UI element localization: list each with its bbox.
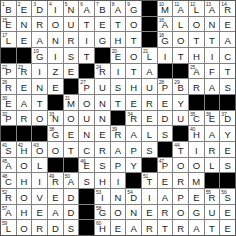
cell-r7c9[interactable]: E xyxy=(126,95,141,110)
cell-r12c13[interactable]: M xyxy=(189,173,204,188)
cell-r13c4[interactable]: E xyxy=(48,189,63,204)
cell-letter: R xyxy=(189,83,204,93)
cell-letter: O xyxy=(17,224,32,234)
cell-letter: R xyxy=(173,177,188,187)
cell-r11c7[interactable]: S xyxy=(95,158,110,173)
cell-letter: S xyxy=(95,161,110,171)
cell-r3c4[interactable]: N xyxy=(48,32,63,47)
cell-r15c8[interactable]: E xyxy=(111,220,126,235)
cell-r1c6[interactable]: 6A xyxy=(79,1,94,16)
cell-r15c11[interactable]: T xyxy=(158,220,173,235)
cell-r12c7[interactable]: H xyxy=(95,173,110,188)
cell-letter: O xyxy=(173,208,188,218)
cell-r13c8[interactable]: N xyxy=(111,189,126,204)
cell-letter: P xyxy=(1,67,16,77)
cell-letter: E xyxy=(64,67,79,77)
cell-letter: S xyxy=(111,83,126,93)
cell-r11c1[interactable]: 45A xyxy=(1,158,16,173)
cell-letter: E xyxy=(220,224,235,234)
cell-r2c12[interactable]: L xyxy=(173,17,188,32)
cell-r9c4[interactable]: 38G xyxy=(48,126,63,141)
cell-r1c12[interactable]: 11A xyxy=(173,1,188,16)
cell-r6c8[interactable]: S xyxy=(111,79,126,94)
cell-letter: R xyxy=(64,36,79,46)
cell-letter: L xyxy=(1,224,16,234)
cell-r6c2[interactable]: E xyxy=(17,79,32,94)
cell-r12c11[interactable]: E xyxy=(158,173,173,188)
cell-r1c4[interactable]: 4I xyxy=(48,1,63,16)
cell-letter: A xyxy=(220,36,235,46)
cell-r14c14[interactable]: U xyxy=(205,205,220,220)
cell-r9c9[interactable]: A xyxy=(126,126,141,141)
cell-letter: P xyxy=(1,114,16,124)
block-r3c10 xyxy=(142,32,157,47)
cell-r12c4[interactable]: 49R xyxy=(48,173,63,188)
cell-r8c15[interactable]: 37D xyxy=(220,111,235,126)
cell-letter: I xyxy=(142,193,157,203)
cell-r13c14[interactable]: 55R xyxy=(205,189,220,204)
cell-r14c4[interactable]: A xyxy=(48,205,63,220)
cell-r1c2[interactable]: 2E xyxy=(17,1,32,16)
cell-r6c13[interactable]: R xyxy=(189,79,204,94)
cell-r3c12[interactable]: O xyxy=(173,32,188,47)
cell-r12c10[interactable]: 51T xyxy=(142,173,157,188)
cell-letter: C xyxy=(220,52,235,62)
cell-letter: P xyxy=(158,83,173,93)
cell-r6c10[interactable]: U xyxy=(142,79,157,94)
cell-letter: H xyxy=(189,52,204,62)
cell-letter: N xyxy=(95,114,110,124)
cell-r7c6[interactable]: O xyxy=(79,95,94,110)
cell-r9c7[interactable]: E xyxy=(95,126,110,141)
cell-letter: R xyxy=(95,67,110,77)
cell-r10c5[interactable]: T xyxy=(64,142,79,157)
cell-r13c15[interactable]: 56S xyxy=(220,189,235,204)
block-r11c10 xyxy=(142,158,157,173)
cell-r5c15[interactable]: T xyxy=(220,64,235,79)
cell-r15c7[interactable]: 60H xyxy=(95,220,110,235)
cell-r13c9[interactable]: 54D xyxy=(126,189,141,204)
cell-r7c11[interactable]: E xyxy=(158,95,173,110)
cell-r11c8[interactable]: P xyxy=(111,158,126,173)
cell-r8c10[interactable]: E xyxy=(142,111,157,126)
cell-r14c7[interactable]: 58G xyxy=(95,205,110,220)
cell-letter: S xyxy=(220,161,235,171)
cell-letter: T xyxy=(111,99,126,109)
cell-letter: C xyxy=(79,146,94,156)
cell-r7c10[interactable]: R xyxy=(142,95,157,110)
cell-r1c9[interactable]: 9G xyxy=(126,1,141,16)
cell-r7c3[interactable]: T xyxy=(32,95,47,110)
block-r10c11 xyxy=(158,142,173,157)
cell-r4c3[interactable]: 19G xyxy=(32,48,47,63)
cell-r9c14[interactable]: A xyxy=(205,126,220,141)
cell-r12c8[interactable]: I xyxy=(111,173,126,188)
cell-r15c3[interactable]: R xyxy=(32,220,47,235)
cell-letter: U xyxy=(95,83,110,93)
cell-r14c1[interactable]: 57A xyxy=(1,205,16,220)
cell-r8c14[interactable]: 36E xyxy=(205,111,220,126)
cell-letter: O xyxy=(189,20,204,30)
cell-r8c3[interactable]: O xyxy=(32,111,47,126)
cell-r6c14[interactable]: A xyxy=(205,79,220,94)
cell-r9c6[interactable]: N xyxy=(79,126,94,141)
cell-r14c9[interactable]: N xyxy=(126,205,141,220)
cell-r6c12[interactable]: 29B xyxy=(173,79,188,94)
cell-r12c6[interactable]: S xyxy=(79,173,94,188)
cell-r11c2[interactable]: O xyxy=(17,158,32,173)
cell-r1c1[interactable]: 1B xyxy=(1,1,16,16)
cell-r6c4[interactable]: E xyxy=(48,79,63,94)
cell-r15c1[interactable]: 59L xyxy=(1,220,16,235)
cell-letter: G xyxy=(95,36,110,46)
cell-letter: E xyxy=(95,130,110,140)
cell-letter: A xyxy=(126,130,141,140)
cell-r1c3[interactable]: 3D xyxy=(32,1,47,16)
cell-r15c5[interactable]: S xyxy=(64,220,79,235)
cell-letter: G xyxy=(189,208,204,218)
cell-letter: Y xyxy=(220,130,235,140)
cell-letter: I xyxy=(79,36,94,46)
cell-r14c13[interactable]: G xyxy=(189,205,204,220)
cell-letter: T xyxy=(189,36,204,46)
cell-r3c11[interactable]: 18G xyxy=(158,32,173,47)
cell-letter: O xyxy=(48,146,63,156)
cell-r2c15[interactable]: E xyxy=(220,17,235,32)
cell-r9c8[interactable]: 39R xyxy=(111,126,126,141)
cell-r11c15[interactable]: S xyxy=(220,158,235,173)
block-r9c3 xyxy=(32,126,47,141)
cell-letter: N xyxy=(111,193,126,203)
cell-r8c4[interactable]: 33N xyxy=(48,111,63,126)
cell-letter: R xyxy=(95,146,110,156)
cell-r13c7[interactable]: 53I xyxy=(95,189,110,204)
cell-r10c9[interactable]: P xyxy=(126,142,141,157)
cell-letter: F xyxy=(205,67,220,77)
cell-r11c6[interactable]: 46E xyxy=(79,158,94,173)
cell-r6c1[interactable]: 26R xyxy=(1,79,16,94)
cell-r3c3[interactable]: A xyxy=(32,32,47,47)
cell-r2c4[interactable]: O xyxy=(48,17,63,32)
cell-r10c2[interactable]: 42H xyxy=(17,142,32,157)
cell-r14c8[interactable]: O xyxy=(111,205,126,220)
block-r11c4 xyxy=(48,158,63,173)
cell-letter: O xyxy=(79,99,94,109)
cell-r10c1[interactable]: 41S xyxy=(1,142,16,157)
cell-r3c7[interactable]: G xyxy=(95,32,110,47)
cell-r6c3[interactable]: N xyxy=(32,79,47,94)
cell-letter: I xyxy=(111,67,126,77)
block-r6c5 xyxy=(64,79,79,94)
cell-letter: I xyxy=(48,5,63,15)
cell-letter: N xyxy=(64,5,79,15)
cell-letter: R xyxy=(173,224,188,234)
cell-r1c11[interactable]: 10M xyxy=(158,1,173,16)
cell-r14c5[interactable]: D xyxy=(64,205,79,220)
cell-letter: R xyxy=(48,177,63,187)
cell-r3c1[interactable]: 17L xyxy=(1,32,16,47)
cell-letter: A xyxy=(32,36,47,46)
cell-letter: E xyxy=(111,52,126,62)
cell-letter: N xyxy=(48,114,63,124)
cell-r9c13[interactable]: 40H xyxy=(189,126,204,141)
cell-r13c12[interactable]: P xyxy=(173,189,188,204)
cell-r4c13[interactable]: H xyxy=(189,48,204,63)
cell-r2c5[interactable]: U xyxy=(64,17,79,32)
cell-letter: R xyxy=(1,83,16,93)
cell-letter: R xyxy=(111,130,126,140)
cell-letter: L xyxy=(142,52,157,62)
cell-r9c10[interactable]: L xyxy=(142,126,157,141)
cell-letter: L xyxy=(1,36,16,46)
cell-r14c2[interactable]: H xyxy=(17,205,32,220)
cell-letter: A xyxy=(48,208,63,218)
cell-letter: R xyxy=(32,224,47,234)
cell-r8c5[interactable]: O xyxy=(64,111,79,126)
cell-letter: M xyxy=(189,177,204,187)
cell-r2c7[interactable]: E xyxy=(95,17,110,32)
cell-letter: S xyxy=(1,146,16,156)
cell-letter: R xyxy=(142,224,157,234)
block-r7c14 xyxy=(205,95,220,110)
cell-r8c11[interactable]: D xyxy=(158,111,173,126)
cell-r12c5[interactable]: 50A xyxy=(64,173,79,188)
cell-letter: I xyxy=(32,67,47,77)
cell-r11c11[interactable]: 47P xyxy=(158,158,173,173)
cell-r7c7[interactable]: N xyxy=(95,95,110,110)
cell-r1c15[interactable]: 14R xyxy=(220,1,235,16)
cell-r3c15[interactable]: A xyxy=(220,32,235,47)
cell-r1c8[interactable]: 8A xyxy=(111,1,126,16)
block-r12c9 xyxy=(126,173,141,188)
cell-letter: N xyxy=(79,130,94,140)
cell-r15c13[interactable]: A xyxy=(189,220,204,235)
cell-r12c3[interactable]: I xyxy=(32,173,47,188)
cell-r8c12[interactable]: U xyxy=(173,111,188,126)
cell-letter: E xyxy=(126,99,141,109)
cell-r10c6[interactable]: C xyxy=(79,142,94,157)
cell-r3c14[interactable]: T xyxy=(205,32,220,47)
cell-r13c11[interactable]: A xyxy=(158,189,173,204)
cell-r7c12[interactable]: Y xyxy=(173,95,188,110)
cell-r3c9[interactable]: T xyxy=(126,32,141,47)
cell-r13c5[interactable]: D xyxy=(64,189,79,204)
block-r5c11 xyxy=(158,64,173,79)
cell-letter: S xyxy=(79,177,94,187)
cell-r10c14[interactable]: R xyxy=(205,142,220,157)
cell-r9c5[interactable]: E xyxy=(64,126,79,141)
cell-r15c10[interactable]: R xyxy=(142,220,157,235)
cell-r4c9[interactable]: O xyxy=(126,48,141,63)
cell-r8c13[interactable]: 35C xyxy=(189,111,204,126)
cell-r14c3[interactable]: E xyxy=(32,205,47,220)
cell-letter: A xyxy=(158,193,173,203)
cell-r5c1[interactable]: 22P xyxy=(1,64,16,79)
cell-r10c3[interactable]: 43O xyxy=(32,142,47,157)
cell-r6c6[interactable]: 27P xyxy=(79,79,94,94)
cell-r5c7[interactable]: 24R xyxy=(95,64,110,79)
cell-r4c15[interactable]: C xyxy=(220,48,235,63)
cell-r5c2[interactable]: 23R xyxy=(17,64,32,79)
cell-r3c2[interactable]: E xyxy=(17,32,32,47)
cell-r11c14[interactable]: L xyxy=(205,158,220,173)
cell-r8c6[interactable]: U xyxy=(79,111,94,126)
cell-letter: E xyxy=(158,99,173,109)
cell-r4c8[interactable]: 20E xyxy=(111,48,126,63)
cell-r10c8[interactable]: A xyxy=(111,142,126,157)
cell-r6c15[interactable]: S xyxy=(220,79,235,94)
cell-r15c4[interactable]: D xyxy=(48,220,63,235)
cell-letter: O xyxy=(32,146,47,156)
cell-r4c14[interactable]: I xyxy=(205,48,220,63)
cell-r11c3[interactable]: L xyxy=(32,158,47,173)
cell-r5c8[interactable]: I xyxy=(111,64,126,79)
cell-r10c15[interactable]: E xyxy=(220,142,235,157)
cell-r5c9[interactable]: T xyxy=(126,64,141,79)
cell-r8c7[interactable]: N xyxy=(95,111,110,126)
cell-r4c11[interactable]: I xyxy=(158,48,173,63)
cell-letter: T xyxy=(173,146,188,156)
cell-r7c2[interactable]: A xyxy=(17,95,32,110)
cell-r12c1[interactable]: 48C xyxy=(1,173,16,188)
cell-r13c2[interactable]: O xyxy=(17,189,32,204)
block-r8c8 xyxy=(111,111,126,126)
cell-letter: L xyxy=(205,161,220,171)
cell-r1c5[interactable]: 5N xyxy=(64,1,79,16)
block-r7c13 xyxy=(189,95,204,110)
cell-r15c9[interactable]: A xyxy=(126,220,141,235)
cell-r10c4[interactable]: O xyxy=(48,142,63,157)
cell-r10c13[interactable]: I xyxy=(189,142,204,157)
cell-letter: O xyxy=(126,20,141,30)
cell-letter: H xyxy=(189,130,204,140)
cell-r5c5[interactable]: E xyxy=(64,64,79,79)
cell-letter: B xyxy=(173,83,188,93)
cell-r7c1[interactable]: 30E xyxy=(1,95,16,110)
cell-letter: A xyxy=(173,5,188,15)
cell-r12c2[interactable]: H xyxy=(17,173,32,188)
cell-r13c1[interactable]: 52R xyxy=(1,189,16,204)
cell-r8c9[interactable]: 34R xyxy=(126,111,141,126)
cell-r14c11[interactable]: R xyxy=(158,205,173,220)
block-r14c6 xyxy=(79,205,94,220)
cell-letter: I xyxy=(205,52,220,62)
cell-r15c12[interactable]: R xyxy=(173,220,188,235)
cell-r12c12[interactable]: R xyxy=(173,173,188,188)
cell-r15c15[interactable]: E xyxy=(220,220,235,235)
cell-letter: B xyxy=(95,5,110,15)
cell-r4c12[interactable]: T xyxy=(173,48,188,63)
cell-r7c8[interactable]: T xyxy=(111,95,126,110)
cell-r6c11[interactable]: 28P xyxy=(158,79,173,94)
block-r4c1 xyxy=(1,48,16,63)
cell-r3c13[interactable]: T xyxy=(189,32,204,47)
cell-r14c15[interactable]: E xyxy=(220,205,235,220)
cell-r11c13[interactable]: O xyxy=(189,158,204,173)
cell-r2c3[interactable]: R xyxy=(32,17,47,32)
cell-r10c12[interactable]: 44T xyxy=(173,142,188,157)
cell-letter: T xyxy=(158,224,173,234)
cell-letter: N xyxy=(95,99,110,109)
cell-r10c10[interactable]: S xyxy=(142,142,157,157)
cell-letter: H xyxy=(95,224,110,234)
cell-r4c4[interactable]: I xyxy=(48,48,63,63)
cell-r13c3[interactable]: V xyxy=(32,189,47,204)
cell-r4c6[interactable]: T xyxy=(79,48,94,63)
cell-r6c7[interactable]: U xyxy=(95,79,110,94)
cell-r8c1[interactable]: 32P xyxy=(1,111,16,126)
cell-letter: L xyxy=(173,20,188,30)
cell-r5c4[interactable]: Z xyxy=(48,64,63,79)
cell-r5c3[interactable]: I xyxy=(32,64,47,79)
cell-letter: U xyxy=(79,114,94,124)
cell-r8c2[interactable]: R xyxy=(17,111,32,126)
cell-letter: G xyxy=(95,208,110,218)
cell-r2c9[interactable]: O xyxy=(126,17,141,32)
cell-r1c7[interactable]: 7B xyxy=(95,1,110,16)
cell-letter: T xyxy=(126,36,141,46)
cell-r2c13[interactable]: O xyxy=(189,17,204,32)
cell-r3c8[interactable]: H xyxy=(111,32,126,47)
cell-letter: Y xyxy=(126,161,141,171)
cell-r14c12[interactable]: O xyxy=(173,205,188,220)
cell-r1c14[interactable]: 13A xyxy=(205,1,220,16)
cell-r7c5[interactable]: 31M xyxy=(64,95,79,110)
cell-r4c10[interactable]: 21L xyxy=(142,48,157,63)
cell-letter: N xyxy=(17,20,32,30)
cell-letter: A xyxy=(205,83,220,93)
cell-r9c11[interactable]: S xyxy=(158,126,173,141)
cell-letter: E xyxy=(220,20,235,30)
crossword-grid: 1B2E3D4I5N6A7B8A9G10M11A12L13A14R15ENROU… xyxy=(0,0,236,236)
cell-r15c14[interactable]: T xyxy=(205,220,220,235)
cell-r3c5[interactable]: R xyxy=(64,32,79,47)
cell-letter: T xyxy=(79,52,94,62)
cell-r11c12[interactable]: O xyxy=(173,158,188,173)
cell-letter: E xyxy=(32,208,47,218)
cell-letter: D xyxy=(158,114,173,124)
cell-r10c7[interactable]: R xyxy=(95,142,110,157)
cell-r2c2[interactable]: N xyxy=(17,17,32,32)
cell-r1c13[interactable]: 12L xyxy=(189,1,204,16)
cell-r13c13[interactable]: E xyxy=(189,189,204,204)
cell-r2c11[interactable]: 16A xyxy=(158,17,173,32)
cell-r4c5[interactable]: S xyxy=(64,48,79,63)
cell-r2c6[interactable]: T xyxy=(79,17,94,32)
cell-r6c9[interactable]: H xyxy=(126,79,141,94)
cell-r2c14[interactable]: N xyxy=(205,17,220,32)
cell-letter: D xyxy=(126,193,141,203)
cell-r2c1[interactable]: 15E xyxy=(1,17,16,32)
cell-letter: H xyxy=(95,177,110,187)
cell-r5c10[interactable]: A xyxy=(142,64,157,79)
cell-r13c10[interactable]: I xyxy=(142,189,157,204)
cell-letter: U xyxy=(64,20,79,30)
cell-r3c6[interactable]: I xyxy=(79,32,94,47)
cell-r5c14[interactable]: F xyxy=(205,64,220,79)
cell-r5c13[interactable]: 25A xyxy=(189,64,204,79)
cell-letter: O xyxy=(48,20,63,30)
cell-letter: N xyxy=(32,83,47,93)
cell-r15c2[interactable]: O xyxy=(17,220,32,235)
cell-r9c15[interactable]: Y xyxy=(220,126,235,141)
cell-r2c8[interactable]: T xyxy=(111,17,126,32)
cell-letter: U xyxy=(205,208,220,218)
cell-r11c9[interactable]: Y xyxy=(126,158,141,173)
cell-r14c10[interactable]: E xyxy=(142,205,157,220)
cell-letter: H xyxy=(126,83,141,93)
cell-letter: M xyxy=(158,5,173,15)
